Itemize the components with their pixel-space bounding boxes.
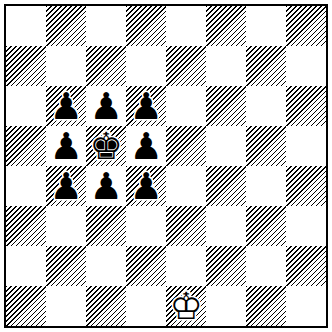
square-b7[interactable] bbox=[46, 46, 86, 86]
square-b2[interactable] bbox=[46, 246, 86, 286]
square-b1[interactable] bbox=[46, 286, 86, 326]
square-c8[interactable] bbox=[86, 6, 126, 46]
square-a7[interactable] bbox=[6, 46, 46, 86]
square-d1[interactable] bbox=[126, 286, 166, 326]
square-c1[interactable] bbox=[86, 286, 126, 326]
black-pawn-glyph: ♟ bbox=[89, 168, 122, 205]
square-d3[interactable] bbox=[126, 206, 166, 246]
square-d5[interactable]: ♟♟ bbox=[126, 126, 166, 166]
square-b4[interactable]: ♟♟ bbox=[46, 166, 86, 206]
square-h8[interactable] bbox=[286, 6, 326, 46]
square-a6[interactable] bbox=[6, 86, 46, 126]
black-king-glyph: ♚ bbox=[89, 128, 122, 165]
square-a4[interactable] bbox=[6, 166, 46, 206]
square-d6[interactable]: ♟♟ bbox=[126, 86, 166, 126]
square-h6[interactable] bbox=[286, 86, 326, 126]
square-c4[interactable]: ♟♟ bbox=[86, 166, 126, 206]
piece-black-pawn: ♟♟ bbox=[126, 166, 166, 206]
square-d7[interactable] bbox=[126, 46, 166, 86]
square-h5[interactable] bbox=[286, 126, 326, 166]
square-c6[interactable]: ♟♟ bbox=[86, 86, 126, 126]
square-d4[interactable]: ♟♟ bbox=[126, 166, 166, 206]
piece-black-king: ♚♚ bbox=[86, 126, 126, 166]
square-f3[interactable] bbox=[206, 206, 246, 246]
white-king-glyph: ♔ bbox=[169, 288, 202, 325]
square-g2[interactable] bbox=[246, 246, 286, 286]
square-e3[interactable] bbox=[166, 206, 206, 246]
black-pawn-glyph: ♟ bbox=[49, 128, 82, 165]
black-pawn-glyph: ♟ bbox=[89, 88, 122, 125]
square-g3[interactable] bbox=[246, 206, 286, 246]
square-b8[interactable] bbox=[46, 6, 86, 46]
square-h1[interactable] bbox=[286, 286, 326, 326]
square-g6[interactable] bbox=[246, 86, 286, 126]
black-pawn-glyph: ♟ bbox=[129, 168, 162, 205]
square-c2[interactable] bbox=[86, 246, 126, 286]
piece-black-pawn: ♟♟ bbox=[46, 126, 86, 166]
square-f4[interactable] bbox=[206, 166, 246, 206]
piece-black-pawn: ♟♟ bbox=[46, 86, 86, 126]
square-c7[interactable] bbox=[86, 46, 126, 86]
square-e5[interactable] bbox=[166, 126, 206, 166]
square-g4[interactable] bbox=[246, 166, 286, 206]
piece-white-king: ♚♔ bbox=[166, 286, 206, 326]
square-a2[interactable] bbox=[6, 246, 46, 286]
square-h7[interactable] bbox=[286, 46, 326, 86]
square-b6[interactable]: ♟♟ bbox=[46, 86, 86, 126]
square-a5[interactable] bbox=[6, 126, 46, 166]
black-pawn-glyph: ♟ bbox=[49, 88, 82, 125]
square-f2[interactable] bbox=[206, 246, 246, 286]
square-c5[interactable]: ♚♚ bbox=[86, 126, 126, 166]
square-a3[interactable] bbox=[6, 206, 46, 246]
black-pawn-glyph: ♟ bbox=[129, 88, 162, 125]
square-f1[interactable] bbox=[206, 286, 246, 326]
square-c3[interactable] bbox=[86, 206, 126, 246]
square-e2[interactable] bbox=[166, 246, 206, 286]
square-f5[interactable] bbox=[206, 126, 246, 166]
square-e4[interactable] bbox=[166, 166, 206, 206]
chess-board: ♟♟♟♟♟♟♟♟♚♚♟♟♟♟♟♟♟♟♚♔ bbox=[4, 4, 328, 328]
square-e6[interactable] bbox=[166, 86, 206, 126]
square-a1[interactable] bbox=[6, 286, 46, 326]
piece-black-pawn: ♟♟ bbox=[126, 126, 166, 166]
square-f8[interactable] bbox=[206, 6, 246, 46]
piece-black-pawn: ♟♟ bbox=[86, 86, 126, 126]
piece-black-pawn: ♟♟ bbox=[126, 86, 166, 126]
square-g7[interactable] bbox=[246, 46, 286, 86]
square-h2[interactable] bbox=[286, 246, 326, 286]
square-h4[interactable] bbox=[286, 166, 326, 206]
square-f7[interactable] bbox=[206, 46, 246, 86]
square-a8[interactable] bbox=[6, 6, 46, 46]
square-g1[interactable] bbox=[246, 286, 286, 326]
square-d8[interactable] bbox=[126, 6, 166, 46]
square-g8[interactable] bbox=[246, 6, 286, 46]
square-g5[interactable] bbox=[246, 126, 286, 166]
chess-diagram: ♟♟♟♟♟♟♟♟♚♚♟♟♟♟♟♟♟♟♚♔ bbox=[0, 0, 332, 332]
square-b5[interactable]: ♟♟ bbox=[46, 126, 86, 166]
black-pawn-glyph: ♟ bbox=[49, 168, 82, 205]
piece-black-pawn: ♟♟ bbox=[86, 166, 126, 206]
square-e1[interactable]: ♚♔ bbox=[166, 286, 206, 326]
square-d2[interactable] bbox=[126, 246, 166, 286]
square-h3[interactable] bbox=[286, 206, 326, 246]
piece-black-pawn: ♟♟ bbox=[46, 166, 86, 206]
square-b3[interactable] bbox=[46, 206, 86, 246]
black-pawn-glyph: ♟ bbox=[129, 128, 162, 165]
square-f6[interactable] bbox=[206, 86, 246, 126]
square-e8[interactable] bbox=[166, 6, 206, 46]
square-e7[interactable] bbox=[166, 46, 206, 86]
